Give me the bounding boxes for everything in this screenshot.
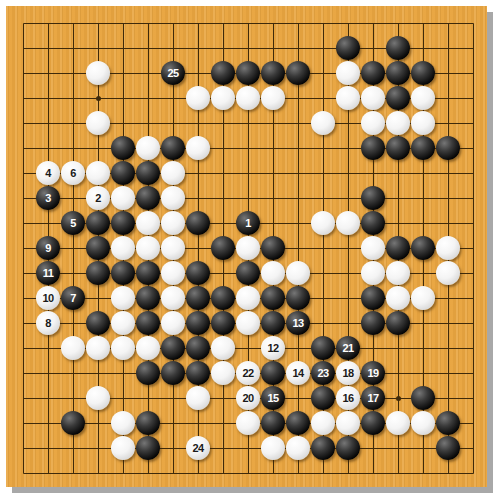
board-point[interactable]: [361, 36, 386, 61]
board-point[interactable]: [136, 111, 161, 136]
board-point[interactable]: [461, 261, 486, 286]
board-point[interactable]: [11, 86, 36, 111]
board-point[interactable]: [361, 261, 386, 286]
board-point[interactable]: [261, 86, 286, 111]
board-point[interactable]: [261, 411, 286, 436]
board-point[interactable]: [36, 61, 61, 86]
board-point[interactable]: [86, 211, 111, 236]
board-point[interactable]: [436, 36, 461, 61]
board-point[interactable]: [361, 211, 386, 236]
board-point[interactable]: [111, 186, 136, 211]
board-point[interactable]: [61, 336, 86, 361]
board-point[interactable]: [186, 261, 211, 286]
board-point[interactable]: [336, 411, 361, 436]
board-point[interactable]: [386, 386, 411, 411]
board-point[interactable]: [286, 411, 311, 436]
board-point[interactable]: [311, 211, 336, 236]
board-point[interactable]: [186, 186, 211, 211]
board-point[interactable]: [136, 311, 161, 336]
board-point[interactable]: [261, 236, 286, 261]
board-point[interactable]: [36, 86, 61, 111]
board-point[interactable]: [186, 236, 211, 261]
board-point[interactable]: [136, 211, 161, 236]
board-point[interactable]: [61, 361, 86, 386]
board-point[interactable]: [236, 136, 261, 161]
board-point[interactable]: [11, 186, 36, 211]
board-point[interactable]: [411, 161, 436, 186]
board-point[interactable]: [236, 236, 261, 261]
board-point[interactable]: [411, 111, 436, 136]
board-point[interactable]: [186, 111, 211, 136]
board-point[interactable]: [386, 86, 411, 111]
board-point[interactable]: 22: [236, 361, 261, 386]
board-point[interactable]: [11, 311, 36, 336]
board-point[interactable]: [261, 136, 286, 161]
board-point[interactable]: [11, 36, 36, 61]
board-point[interactable]: [361, 186, 386, 211]
board-point[interactable]: [386, 311, 411, 336]
board-point[interactable]: [411, 261, 436, 286]
board-point[interactable]: [61, 461, 86, 486]
board-point[interactable]: [236, 11, 261, 36]
board-point[interactable]: [386, 336, 411, 361]
board-point[interactable]: 9: [36, 236, 61, 261]
board-point[interactable]: [161, 86, 186, 111]
board-point[interactable]: [361, 111, 386, 136]
board-point[interactable]: [11, 286, 36, 311]
board-point[interactable]: [111, 211, 136, 236]
board-point[interactable]: [336, 111, 361, 136]
board-point[interactable]: [161, 286, 186, 311]
board-point[interactable]: [311, 161, 336, 186]
board-point[interactable]: [11, 136, 36, 161]
board-point[interactable]: [161, 11, 186, 36]
board-point[interactable]: [261, 186, 286, 211]
board-point[interactable]: [236, 436, 261, 461]
board-point[interactable]: [286, 211, 311, 236]
board-point[interactable]: [136, 436, 161, 461]
board-point[interactable]: [86, 136, 111, 161]
board-point[interactable]: [411, 361, 436, 386]
board-point[interactable]: [86, 61, 111, 86]
board-point[interactable]: [111, 136, 136, 161]
board-point[interactable]: [286, 111, 311, 136]
board-point[interactable]: [111, 386, 136, 411]
board-point[interactable]: [261, 436, 286, 461]
board-point[interactable]: [211, 36, 236, 61]
board-point[interactable]: [111, 311, 136, 336]
board-point[interactable]: 1: [236, 211, 261, 236]
board-point[interactable]: [186, 211, 211, 236]
board-point[interactable]: [286, 136, 311, 161]
board-point[interactable]: [11, 386, 36, 411]
board-point[interactable]: [336, 36, 361, 61]
board-point[interactable]: [136, 261, 161, 286]
board-point[interactable]: [411, 236, 436, 261]
board-point[interactable]: [111, 436, 136, 461]
board-point[interactable]: [211, 411, 236, 436]
board-point[interactable]: [261, 61, 286, 86]
board-point[interactable]: [61, 311, 86, 336]
board-point[interactable]: [411, 386, 436, 411]
board-point[interactable]: [211, 86, 236, 111]
board-point[interactable]: [461, 111, 486, 136]
board-point[interactable]: 5: [61, 211, 86, 236]
board-point[interactable]: 6: [61, 161, 86, 186]
board-point[interactable]: [336, 186, 361, 211]
board-point[interactable]: [136, 36, 161, 61]
board-point[interactable]: [61, 86, 86, 111]
board-point[interactable]: [286, 36, 311, 61]
board-point[interactable]: [311, 86, 336, 111]
board-point[interactable]: [136, 386, 161, 411]
board-point[interactable]: [161, 436, 186, 461]
board-point[interactable]: [61, 261, 86, 286]
board-point[interactable]: [286, 436, 311, 461]
board-point[interactable]: [236, 111, 261, 136]
board-point[interactable]: [236, 286, 261, 311]
board-point[interactable]: [336, 11, 361, 36]
board-point[interactable]: [111, 111, 136, 136]
board-point[interactable]: [186, 461, 211, 486]
board-point[interactable]: [436, 386, 461, 411]
board-point[interactable]: [411, 186, 436, 211]
board-point[interactable]: [36, 436, 61, 461]
board-point[interactable]: [36, 411, 61, 436]
board-point[interactable]: [461, 86, 486, 111]
board-point[interactable]: [136, 336, 161, 361]
board-point[interactable]: [86, 111, 111, 136]
board-point[interactable]: [136, 236, 161, 261]
board-point[interactable]: [386, 111, 411, 136]
board-point[interactable]: [86, 236, 111, 261]
board-point[interactable]: [161, 336, 186, 361]
board-point[interactable]: [261, 211, 286, 236]
board-point[interactable]: [161, 161, 186, 186]
board-point[interactable]: [286, 61, 311, 86]
board-point[interactable]: [86, 36, 111, 61]
board-point[interactable]: [161, 236, 186, 261]
board-point[interactable]: [461, 286, 486, 311]
board-point[interactable]: [86, 261, 111, 286]
board-point[interactable]: [411, 411, 436, 436]
board-point[interactable]: [461, 411, 486, 436]
board-point[interactable]: [336, 211, 361, 236]
board-point[interactable]: [311, 136, 336, 161]
board-point[interactable]: [236, 261, 261, 286]
board-point[interactable]: [261, 11, 286, 36]
board-point[interactable]: [61, 11, 86, 36]
board-point[interactable]: [411, 36, 436, 61]
board-point[interactable]: [261, 286, 286, 311]
board-point[interactable]: [11, 261, 36, 286]
board-point[interactable]: 7: [61, 286, 86, 311]
board-point[interactable]: [11, 11, 36, 36]
board-point[interactable]: [161, 261, 186, 286]
board-point[interactable]: [211, 361, 236, 386]
board-point[interactable]: [461, 211, 486, 236]
board-point[interactable]: [236, 61, 261, 86]
board-point[interactable]: [436, 436, 461, 461]
board-point[interactable]: [136, 286, 161, 311]
board-point[interactable]: [186, 386, 211, 411]
board-point[interactable]: [261, 361, 286, 386]
board-point[interactable]: [186, 61, 211, 86]
board-point[interactable]: 15: [261, 386, 286, 411]
board-point[interactable]: [211, 261, 236, 286]
board-point[interactable]: [386, 411, 411, 436]
board-point[interactable]: [211, 11, 236, 36]
board-point[interactable]: [86, 386, 111, 411]
board-point[interactable]: [311, 186, 336, 211]
board-point[interactable]: [436, 236, 461, 261]
board-point[interactable]: [436, 461, 461, 486]
board-point[interactable]: 10: [36, 286, 61, 311]
board-point[interactable]: [461, 161, 486, 186]
board-point[interactable]: [136, 136, 161, 161]
board-point[interactable]: [86, 411, 111, 436]
board-point[interactable]: [286, 261, 311, 286]
board-point[interactable]: [136, 186, 161, 211]
board-point[interactable]: [36, 36, 61, 61]
board-point[interactable]: [286, 286, 311, 311]
board-point[interactable]: [361, 461, 386, 486]
board-point[interactable]: [211, 236, 236, 261]
board-point[interactable]: [36, 336, 61, 361]
board-point[interactable]: [61, 36, 86, 61]
board-point[interactable]: [261, 461, 286, 486]
board-point[interactable]: [236, 36, 261, 61]
board-point[interactable]: [86, 436, 111, 461]
board-point[interactable]: [86, 86, 111, 111]
board-point[interactable]: [411, 311, 436, 336]
board-point[interactable]: [461, 186, 486, 211]
board-point[interactable]: [361, 61, 386, 86]
board-point[interactable]: [336, 236, 361, 261]
board-point[interactable]: [386, 261, 411, 286]
board-point[interactable]: [186, 161, 211, 186]
board-point[interactable]: 8: [36, 311, 61, 336]
board-point[interactable]: 11: [36, 261, 61, 286]
board-point[interactable]: [111, 336, 136, 361]
board-point[interactable]: [461, 311, 486, 336]
board-point[interactable]: [86, 336, 111, 361]
board-point[interactable]: [136, 461, 161, 486]
board-point[interactable]: [386, 36, 411, 61]
board-point[interactable]: [436, 11, 461, 36]
board-point[interactable]: [236, 86, 261, 111]
board-point[interactable]: [136, 411, 161, 436]
board-point[interactable]: [386, 461, 411, 486]
board-point[interactable]: [411, 11, 436, 36]
board-point[interactable]: [111, 61, 136, 86]
board-point[interactable]: [11, 361, 36, 386]
board-point[interactable]: [286, 386, 311, 411]
board-point[interactable]: [386, 11, 411, 36]
board-point[interactable]: [361, 436, 386, 461]
board-point[interactable]: [311, 36, 336, 61]
board-point[interactable]: [211, 386, 236, 411]
board-point[interactable]: [11, 211, 36, 236]
board-point[interactable]: [311, 386, 336, 411]
board-point[interactable]: [361, 236, 386, 261]
board-point[interactable]: [111, 461, 136, 486]
board-point[interactable]: [436, 86, 461, 111]
board-point[interactable]: [161, 136, 186, 161]
board-point[interactable]: 18: [336, 361, 361, 386]
board-point[interactable]: [361, 136, 386, 161]
board-point[interactable]: [111, 261, 136, 286]
board-point[interactable]: [461, 11, 486, 36]
board-point[interactable]: 12: [261, 336, 286, 361]
board-point[interactable]: [11, 336, 36, 361]
board-point[interactable]: [186, 36, 211, 61]
board-point[interactable]: [261, 311, 286, 336]
board-point[interactable]: [211, 436, 236, 461]
board-point[interactable]: [411, 436, 436, 461]
board-point[interactable]: [61, 436, 86, 461]
board-point[interactable]: [61, 136, 86, 161]
board-point[interactable]: [461, 61, 486, 86]
board-point[interactable]: [11, 436, 36, 461]
board-point[interactable]: [86, 361, 111, 386]
board-point[interactable]: [161, 386, 186, 411]
board-point[interactable]: [211, 186, 236, 211]
board-point[interactable]: [36, 11, 61, 36]
board-point[interactable]: [411, 86, 436, 111]
board-point[interactable]: [36, 136, 61, 161]
board-point[interactable]: [161, 186, 186, 211]
board-point[interactable]: [161, 461, 186, 486]
board-point[interactable]: 19: [361, 361, 386, 386]
go-board[interactable]: 2546325191110781312212214231819201516172…: [6, 6, 487, 487]
board-point[interactable]: 13: [286, 311, 311, 336]
board-point[interactable]: [336, 61, 361, 86]
board-point[interactable]: [61, 111, 86, 136]
board-point[interactable]: [61, 186, 86, 211]
board-point[interactable]: [286, 186, 311, 211]
board-point[interactable]: [261, 161, 286, 186]
board-point[interactable]: [461, 336, 486, 361]
board-point[interactable]: [211, 336, 236, 361]
board-point[interactable]: [261, 111, 286, 136]
board-point[interactable]: [461, 461, 486, 486]
board-point[interactable]: 21: [336, 336, 361, 361]
board-point[interactable]: [361, 161, 386, 186]
board-point[interactable]: [11, 411, 36, 436]
board-point[interactable]: [61, 61, 86, 86]
board-point[interactable]: [386, 161, 411, 186]
board-point[interactable]: [436, 411, 461, 436]
board-point[interactable]: 25: [161, 61, 186, 86]
board-point[interactable]: [211, 311, 236, 336]
board-point[interactable]: [411, 61, 436, 86]
board-point[interactable]: [211, 161, 236, 186]
board-point[interactable]: [111, 361, 136, 386]
board-point[interactable]: [386, 436, 411, 461]
board-point[interactable]: [11, 111, 36, 136]
board-point[interactable]: [61, 411, 86, 436]
board-point[interactable]: [211, 136, 236, 161]
board-point[interactable]: [436, 161, 461, 186]
board-point[interactable]: [386, 361, 411, 386]
board-point[interactable]: [436, 211, 461, 236]
board-point[interactable]: [186, 411, 211, 436]
board-point[interactable]: [111, 411, 136, 436]
board-point[interactable]: [411, 211, 436, 236]
board-point[interactable]: [136, 61, 161, 86]
board-point[interactable]: [186, 361, 211, 386]
board-point[interactable]: [436, 336, 461, 361]
board-point[interactable]: [411, 461, 436, 486]
board-point[interactable]: [11, 236, 36, 261]
board-point[interactable]: [261, 261, 286, 286]
board-point[interactable]: 23: [311, 361, 336, 386]
board-point[interactable]: [336, 261, 361, 286]
board-point[interactable]: [386, 61, 411, 86]
board-point[interactable]: [311, 236, 336, 261]
board-point[interactable]: [336, 461, 361, 486]
board-point[interactable]: [361, 286, 386, 311]
board-point[interactable]: [236, 186, 261, 211]
board-point[interactable]: [236, 411, 261, 436]
board-point[interactable]: [186, 86, 211, 111]
board-point[interactable]: [436, 61, 461, 86]
board-point[interactable]: [61, 236, 86, 261]
board-point[interactable]: [411, 336, 436, 361]
board-point[interactable]: [286, 11, 311, 36]
board-point[interactable]: [386, 136, 411, 161]
board-point[interactable]: [336, 286, 361, 311]
board-point[interactable]: [61, 386, 86, 411]
board-point[interactable]: 17: [361, 386, 386, 411]
board-point[interactable]: [11, 161, 36, 186]
board-point[interactable]: [311, 61, 336, 86]
board-point[interactable]: [461, 136, 486, 161]
board-point[interactable]: [411, 136, 436, 161]
board-point[interactable]: 20: [236, 386, 261, 411]
board-point[interactable]: [111, 286, 136, 311]
board-point[interactable]: [136, 11, 161, 36]
board-point[interactable]: [436, 361, 461, 386]
board-point[interactable]: [36, 461, 61, 486]
board-point[interactable]: [461, 436, 486, 461]
board-point[interactable]: [161, 36, 186, 61]
board-point[interactable]: [186, 286, 211, 311]
board-point[interactable]: [36, 361, 61, 386]
board-point[interactable]: [361, 11, 386, 36]
board-point[interactable]: [336, 161, 361, 186]
board-point[interactable]: [461, 361, 486, 386]
board-point[interactable]: 2: [86, 186, 111, 211]
board-point[interactable]: [436, 261, 461, 286]
board-point[interactable]: [386, 236, 411, 261]
board-point[interactable]: [411, 286, 436, 311]
board-point[interactable]: 4: [36, 161, 61, 186]
board-point[interactable]: [311, 411, 336, 436]
board-point[interactable]: [436, 286, 461, 311]
board-point[interactable]: [311, 436, 336, 461]
board-point[interactable]: [186, 136, 211, 161]
board-point[interactable]: [211, 461, 236, 486]
board-point[interactable]: [111, 11, 136, 36]
board-point[interactable]: [211, 61, 236, 86]
board-point[interactable]: [86, 11, 111, 36]
board-point[interactable]: [161, 361, 186, 386]
board-point[interactable]: [311, 461, 336, 486]
board-point[interactable]: [436, 111, 461, 136]
board-point[interactable]: [11, 61, 36, 86]
